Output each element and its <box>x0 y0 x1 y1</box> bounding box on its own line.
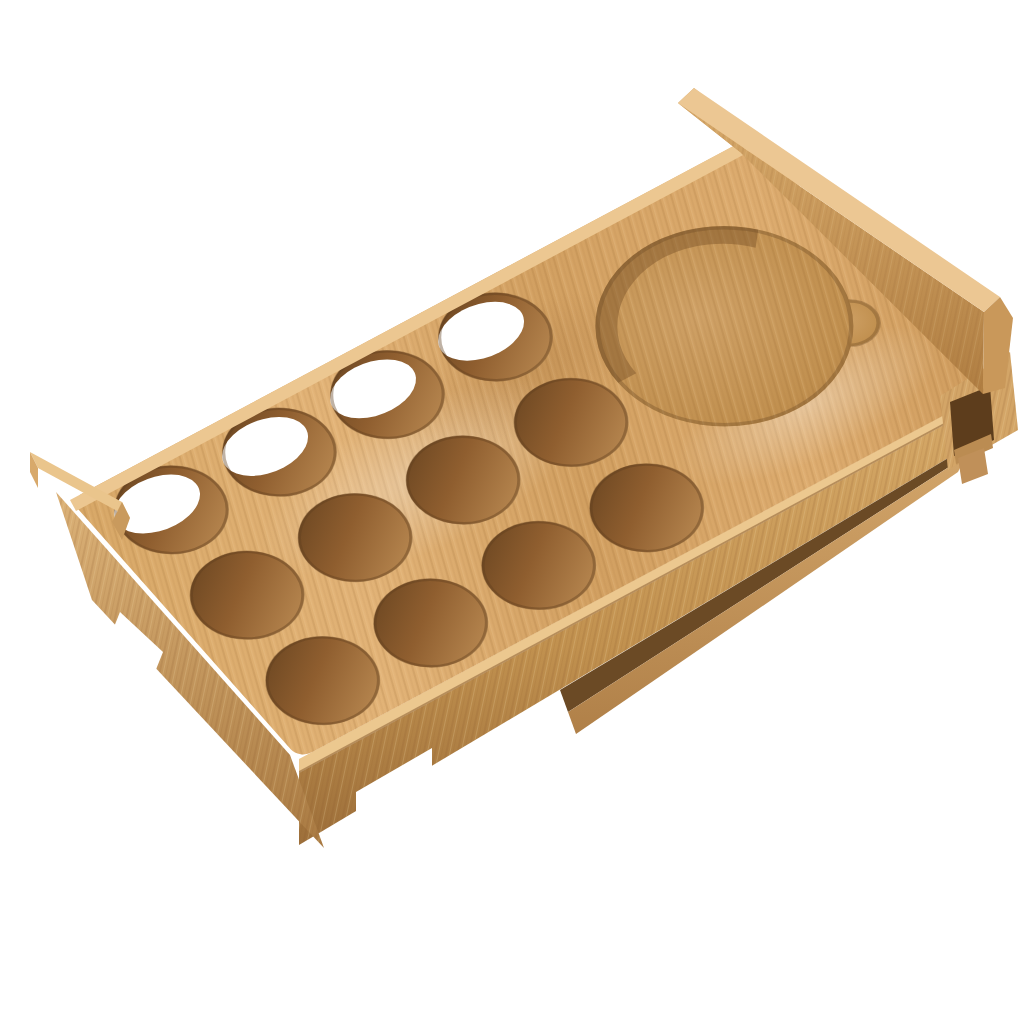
bamboo-capsule-holder <box>0 0 1024 1024</box>
product-photo <box>0 0 1024 1024</box>
